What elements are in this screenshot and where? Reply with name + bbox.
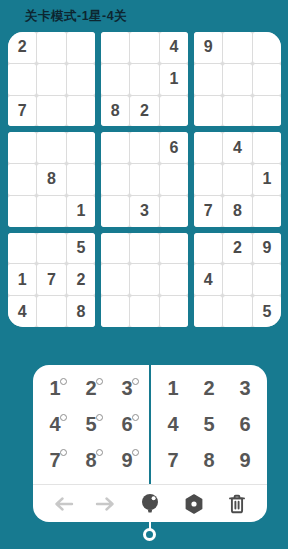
undo-arrow-icon — [51, 494, 75, 514]
sudoku-cell-r3c4[interactable]: 8 — [101, 96, 129, 127]
lamp-cord-ring[interactable] — [143, 528, 156, 541]
sudoku-cell-r7c3[interactable]: 5 — [67, 233, 95, 264]
sudoku-cell-r1c2[interactable] — [37, 32, 65, 63]
sudoku-cell-r7c6[interactable] — [160, 233, 188, 264]
sudoku-cell-r4c9[interactable] — [253, 132, 281, 163]
sudoku-cell-r1c4[interactable] — [101, 32, 129, 63]
note-mode-circle-icon — [60, 449, 67, 456]
sudoku-cell-r6c4[interactable] — [101, 196, 129, 227]
note-mode-circle-icon — [132, 414, 139, 421]
control-card: 123456789 123456789 — [33, 365, 267, 522]
hint-button[interactable] — [136, 490, 164, 518]
number-key-4[interactable]: 4 — [155, 407, 191, 443]
sudoku-cell-r8c1[interactable]: 1 — [8, 264, 36, 295]
sudoku-cell-r2c2[interactable] — [37, 64, 65, 95]
sudoku-cell-r4c7[interactable] — [194, 132, 222, 163]
notes-key-9[interactable]: 9 — [109, 442, 145, 478]
notes-pad: 123456789 — [33, 365, 149, 484]
sudoku-cell-r2c6[interactable]: 1 — [160, 64, 188, 95]
sudoku-cell-r3c6[interactable] — [160, 96, 188, 127]
sudoku-cell-r7c4[interactable] — [101, 233, 129, 264]
notes-key-6[interactable]: 6 — [109, 407, 145, 443]
sudoku-cell-r2c9[interactable] — [253, 64, 281, 95]
sudoku-cell-r3c3[interactable] — [67, 96, 95, 127]
sudoku-cell-r1c7[interactable]: 9 — [194, 32, 222, 63]
sudoku-cell-r8c3[interactable]: 2 — [67, 264, 95, 295]
app-screen: 关卡模式-1星-4关 2741829816341785172482945 123… — [0, 0, 288, 549]
sudoku-cell-r5c1[interactable] — [8, 164, 36, 195]
number-key-1[interactable]: 1 — [155, 371, 191, 407]
number-key-3[interactable]: 3 — [227, 371, 263, 407]
sudoku-cell-r3c5[interactable]: 2 — [130, 96, 158, 127]
sudoku-cell-r5c4[interactable] — [101, 164, 129, 195]
sudoku-box: 2945 — [194, 233, 281, 327]
sudoku-cell-r5c3[interactable] — [67, 164, 95, 195]
settings-nut-icon — [182, 492, 206, 516]
sudoku-cell-r8c7[interactable]: 4 — [194, 264, 222, 295]
settings-button[interactable] — [180, 490, 208, 518]
sudoku-cell-r6c3[interactable]: 1 — [67, 196, 95, 227]
sudoku-box: 81 — [8, 132, 95, 226]
notes-key-4[interactable]: 4 — [37, 407, 73, 443]
sudoku-cell-r1c9[interactable] — [253, 32, 281, 63]
sudoku-cell-r7c1[interactable] — [8, 233, 36, 264]
sudoku-cell-r7c9[interactable]: 9 — [253, 233, 281, 264]
sudoku-cell-r9c3[interactable]: 8 — [67, 296, 95, 327]
sudoku-cell-r8c5[interactable] — [130, 264, 158, 295]
sudoku-cell-r4c6[interactable]: 6 — [160, 132, 188, 163]
delete-trash-icon — [225, 492, 249, 516]
hint-bulb-icon — [138, 492, 162, 516]
sudoku-cell-r9c1[interactable]: 4 — [8, 296, 36, 327]
sudoku-cell-r4c8[interactable]: 4 — [223, 132, 251, 163]
sudoku-cell-r5c6[interactable] — [160, 164, 188, 195]
sudoku-cell-r9c6[interactable] — [160, 296, 188, 327]
note-mode-circle-icon — [60, 414, 67, 421]
undo-button[interactable] — [49, 492, 77, 516]
toolbar — [33, 485, 267, 522]
sudoku-cell-r6c7[interactable]: 7 — [194, 196, 222, 227]
note-mode-circle-icon — [60, 378, 67, 385]
sudoku-cell-r7c8[interactable]: 2 — [223, 233, 251, 264]
notes-key-2[interactable]: 2 — [73, 371, 109, 407]
notes-key-3[interactable]: 3 — [109, 371, 145, 407]
sudoku-cell-r8c6[interactable] — [160, 264, 188, 295]
redo-arrow-icon — [94, 494, 118, 514]
sudoku-cell-r8c9[interactable] — [253, 264, 281, 295]
sudoku-cell-r1c3[interactable] — [67, 32, 95, 63]
sudoku-cell-r5c8[interactable] — [223, 164, 251, 195]
sudoku-cell-r7c2[interactable] — [37, 233, 65, 264]
sudoku-cell-r1c1[interactable]: 2 — [8, 32, 36, 63]
sudoku-cell-r7c7[interactable] — [194, 233, 222, 264]
sudoku-cell-r6c1[interactable] — [8, 196, 36, 227]
notes-key-5[interactable]: 5 — [73, 407, 109, 443]
page-title: 关卡模式-1星-4关 — [25, 8, 127, 25]
sudoku-cell-r3c1[interactable]: 7 — [8, 96, 36, 127]
sudoku-cell-r9c5[interactable] — [130, 296, 158, 327]
sudoku-cell-r2c8[interactable] — [223, 64, 251, 95]
sudoku-cell-r2c4[interactable] — [101, 64, 129, 95]
sudoku-cell-r4c3[interactable] — [67, 132, 95, 163]
number-key-7[interactable]: 7 — [155, 442, 191, 478]
sudoku-cell-r2c7[interactable] — [194, 64, 222, 95]
sudoku-box: 63 — [101, 132, 188, 226]
sudoku-box: 517248 — [8, 233, 95, 327]
sudoku-cell-r4c2[interactable] — [37, 132, 65, 163]
sudoku-cell-r5c2[interactable]: 8 — [37, 164, 65, 195]
sudoku-cell-r9c4[interactable] — [101, 296, 129, 327]
number-key-8[interactable]: 8 — [191, 442, 227, 478]
sudoku-cell-r4c1[interactable] — [8, 132, 36, 163]
sudoku-box: 4182 — [101, 32, 188, 126]
sudoku-cell-r6c8[interactable]: 8 — [223, 196, 251, 227]
sudoku-cell-r1c5[interactable] — [130, 32, 158, 63]
notes-key-7[interactable]: 7 — [37, 442, 73, 478]
note-mode-circle-icon — [96, 449, 103, 456]
note-mode-circle-icon — [96, 378, 103, 385]
sudoku-cell-r6c9[interactable] — [253, 196, 281, 227]
sudoku-cell-r2c5[interactable] — [130, 64, 158, 95]
sudoku-cell-r3c8[interactable] — [223, 96, 251, 127]
sudoku-box: 9 — [194, 32, 281, 126]
sudoku-box: 27 — [8, 32, 95, 126]
sudoku-cell-r5c9[interactable]: 1 — [253, 164, 281, 195]
sudoku-cell-r8c2[interactable]: 7 — [37, 264, 65, 295]
sudoku-cell-r2c3[interactable] — [67, 64, 95, 95]
sudoku-cell-r6c6[interactable] — [160, 196, 188, 227]
sudoku-box: 4178 — [194, 132, 281, 226]
sudoku-cell-r5c7[interactable] — [194, 164, 222, 195]
sudoku-cell-r4c5[interactable] — [130, 132, 158, 163]
sudoku-cell-r6c2[interactable] — [37, 196, 65, 227]
number-key-6[interactable]: 6 — [227, 407, 263, 443]
sudoku-cell-r1c6[interactable]: 4 — [160, 32, 188, 63]
sudoku-cell-r3c7[interactable] — [194, 96, 222, 127]
sudoku-cell-r8c4[interactable] — [101, 264, 129, 295]
number-key-5[interactable]: 5 — [191, 407, 227, 443]
note-mode-circle-icon — [132, 378, 139, 385]
sudoku-board: 2741829816341785172482945 — [8, 32, 281, 327]
sudoku-cell-r9c7[interactable] — [194, 296, 222, 327]
sudoku-box — [101, 233, 188, 327]
number-key-2[interactable]: 2 — [191, 371, 227, 407]
sudoku-cell-r8c8[interactable] — [223, 264, 251, 295]
note-mode-circle-icon — [132, 449, 139, 456]
sudoku-cell-r3c2[interactable] — [37, 96, 65, 127]
number-pads: 123456789 123456789 — [33, 365, 267, 484]
sudoku-cell-r9c8[interactable] — [223, 296, 251, 327]
sudoku-cell-r6c5[interactable]: 3 — [130, 196, 158, 227]
normal-pad: 123456789 — [151, 365, 267, 484]
notes-key-1[interactable]: 1 — [37, 371, 73, 407]
sudoku-cell-r5c5[interactable] — [130, 164, 158, 195]
sudoku-cell-r9c9[interactable]: 5 — [253, 296, 281, 327]
note-mode-circle-icon — [96, 414, 103, 421]
sudoku-cell-r7c5[interactable] — [130, 233, 158, 264]
redo-button[interactable] — [92, 492, 120, 516]
sudoku-cell-r2c1[interactable] — [8, 64, 36, 95]
delete-button[interactable] — [223, 490, 251, 518]
sudoku-cell-r1c8[interactable] — [223, 32, 251, 63]
sudoku-cell-r4c4[interactable] — [101, 132, 129, 163]
sudoku-cell-r3c9[interactable] — [253, 96, 281, 127]
number-key-9[interactable]: 9 — [227, 442, 263, 478]
notes-key-8[interactable]: 8 — [73, 442, 109, 478]
sudoku-cell-r9c2[interactable] — [37, 296, 65, 327]
